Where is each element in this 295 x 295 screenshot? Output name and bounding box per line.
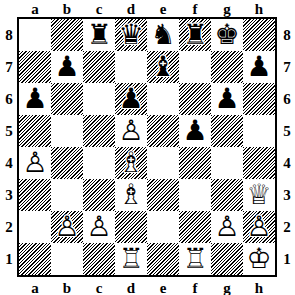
file-label-top-c: c [83,1,115,18]
file-label-top-a: a [19,1,51,18]
chess-board: ♜♛♞♜♚♟♝♟♟♟♟♟♙♟♟♙♝♗♝♗♛♕♟♙♟♙♟♙♟♙♜♖♜♖♚♔ [17,17,277,277]
white-pawn: ♙ [83,211,115,243]
square-g1[interactable] [211,243,243,275]
square-a2[interactable] [19,211,51,243]
chess-diagram: abcdefgh abcdefgh 87654321 87654321 ♜♛♞♜… [0,0,295,295]
square-b4[interactable] [51,147,83,179]
square-f2[interactable] [179,211,211,243]
file-label-top-b: b [51,1,83,18]
black-rook: ♜ [83,19,115,51]
square-g4[interactable] [211,147,243,179]
square-f4[interactable] [179,147,211,179]
file-label-bottom-h: h [243,280,275,295]
square-f5[interactable]: ♟ [179,115,211,147]
rank-label-left-3: 3 [2,179,16,211]
white-pawn: ♙ [211,211,243,243]
square-e5[interactable] [147,115,179,147]
rank-label-right-3: 3 [280,179,294,211]
file-label-bottom-b: b [51,280,83,295]
square-f1[interactable]: ♜♖ [179,243,211,275]
square-g5[interactable] [211,115,243,147]
rank-label-right-8: 8 [280,19,294,51]
black-knight: ♞ [147,19,179,51]
file-label-bottom-c: c [83,280,115,295]
black-pawn: ♟ [243,51,275,83]
file-label-bottom-a: a [19,280,51,295]
square-d4[interactable]: ♝♗ [115,147,147,179]
square-a5[interactable] [19,115,51,147]
square-g2[interactable]: ♟♙ [211,211,243,243]
square-c6[interactable] [83,83,115,115]
square-d1[interactable]: ♜♖ [115,243,147,275]
square-d6[interactable]: ♟ [115,83,147,115]
white-queen: ♕ [243,179,275,211]
rank-labels-left: 87654321 [2,19,16,275]
file-label-bottom-d: d [115,280,147,295]
square-c8[interactable]: ♜ [83,19,115,51]
square-d5[interactable]: ♟♙ [115,115,147,147]
white-bishop: ♗ [115,147,147,179]
white-rook: ♖ [179,243,211,275]
file-label-bottom-e: e [147,280,179,295]
white-rook: ♖ [115,243,147,275]
rank-label-left-6: 6 [2,83,16,115]
square-a7[interactable] [19,51,51,83]
file-label-top-h: h [243,1,275,18]
black-rook: ♜ [179,19,211,51]
black-pawn: ♟ [51,51,83,83]
rank-label-left-5: 5 [2,115,16,147]
square-b2[interactable]: ♟♙ [51,211,83,243]
rank-label-right-2: 2 [280,211,294,243]
square-g3[interactable] [211,179,243,211]
square-g7[interactable] [211,51,243,83]
square-b3[interactable] [51,179,83,211]
square-c4[interactable] [83,147,115,179]
square-e7[interactable]: ♝ [147,51,179,83]
square-b6[interactable] [51,83,83,115]
square-e6[interactable] [147,83,179,115]
square-h1[interactable]: ♚♔ [243,243,275,275]
square-h8[interactable] [243,19,275,51]
square-e3[interactable] [147,179,179,211]
file-label-top-e: e [147,1,179,18]
square-d3[interactable]: ♝♗ [115,179,147,211]
square-d7[interactable] [115,51,147,83]
white-pawn: ♙ [19,147,51,179]
square-h5[interactable] [243,115,275,147]
black-pawn: ♟ [115,83,147,115]
square-e4[interactable] [147,147,179,179]
file-labels-bottom: abcdefgh [19,280,275,295]
rank-label-right-7: 7 [280,51,294,83]
square-c2[interactable]: ♟♙ [83,211,115,243]
rank-label-right-5: 5 [280,115,294,147]
square-b1[interactable] [51,243,83,275]
file-label-top-f: f [179,1,211,18]
square-a4[interactable]: ♟♙ [19,147,51,179]
square-f3[interactable] [179,179,211,211]
rank-label-left-2: 2 [2,211,16,243]
rank-label-right-6: 6 [280,83,294,115]
white-king: ♔ [243,243,275,275]
square-a1[interactable] [19,243,51,275]
black-pawn: ♟ [211,83,243,115]
white-pawn: ♙ [51,211,83,243]
file-label-bottom-f: f [179,280,211,295]
file-labels-top: abcdefgh [19,1,275,16]
square-h4[interactable] [243,147,275,179]
square-g6[interactable]: ♟ [211,83,243,115]
square-a8[interactable] [19,19,51,51]
square-c3[interactable] [83,179,115,211]
square-h2[interactable]: ♟♙ [243,211,275,243]
square-f7[interactable] [179,51,211,83]
square-b5[interactable] [51,115,83,147]
square-c1[interactable] [83,243,115,275]
white-bishop: ♗ [115,179,147,211]
square-c7[interactable] [83,51,115,83]
white-pawn: ♙ [243,211,275,243]
black-queen: ♛ [115,19,147,51]
black-bishop: ♝ [147,51,179,83]
rank-labels-right: 87654321 [280,19,294,275]
square-f8[interactable]: ♜ [179,19,211,51]
square-b7[interactable]: ♟ [51,51,83,83]
black-pawn: ♟ [179,115,211,147]
square-h3[interactable]: ♛♕ [243,179,275,211]
white-pawn: ♙ [115,115,147,147]
square-g8[interactable]: ♚ [211,19,243,51]
square-d8[interactable]: ♛ [115,19,147,51]
square-b8[interactable] [51,19,83,51]
rank-label-right-4: 4 [280,147,294,179]
file-label-top-d: d [115,1,147,18]
file-label-top-g: g [211,1,243,18]
black-king: ♚ [211,19,243,51]
file-label-bottom-g: g [211,280,243,295]
square-e1[interactable] [147,243,179,275]
square-a6[interactable]: ♟ [19,83,51,115]
square-e2[interactable] [147,211,179,243]
square-f6[interactable] [179,83,211,115]
square-e8[interactable]: ♞ [147,19,179,51]
rank-label-left-1: 1 [2,243,16,275]
square-c5[interactable] [83,115,115,147]
rank-label-left-8: 8 [2,19,16,51]
square-a3[interactable] [19,179,51,211]
rank-label-right-1: 1 [280,243,294,275]
rank-label-left-7: 7 [2,51,16,83]
square-h6[interactable] [243,83,275,115]
black-pawn: ♟ [19,83,51,115]
square-h7[interactable]: ♟ [243,51,275,83]
rank-label-left-4: 4 [2,147,16,179]
square-d2[interactable] [115,211,147,243]
